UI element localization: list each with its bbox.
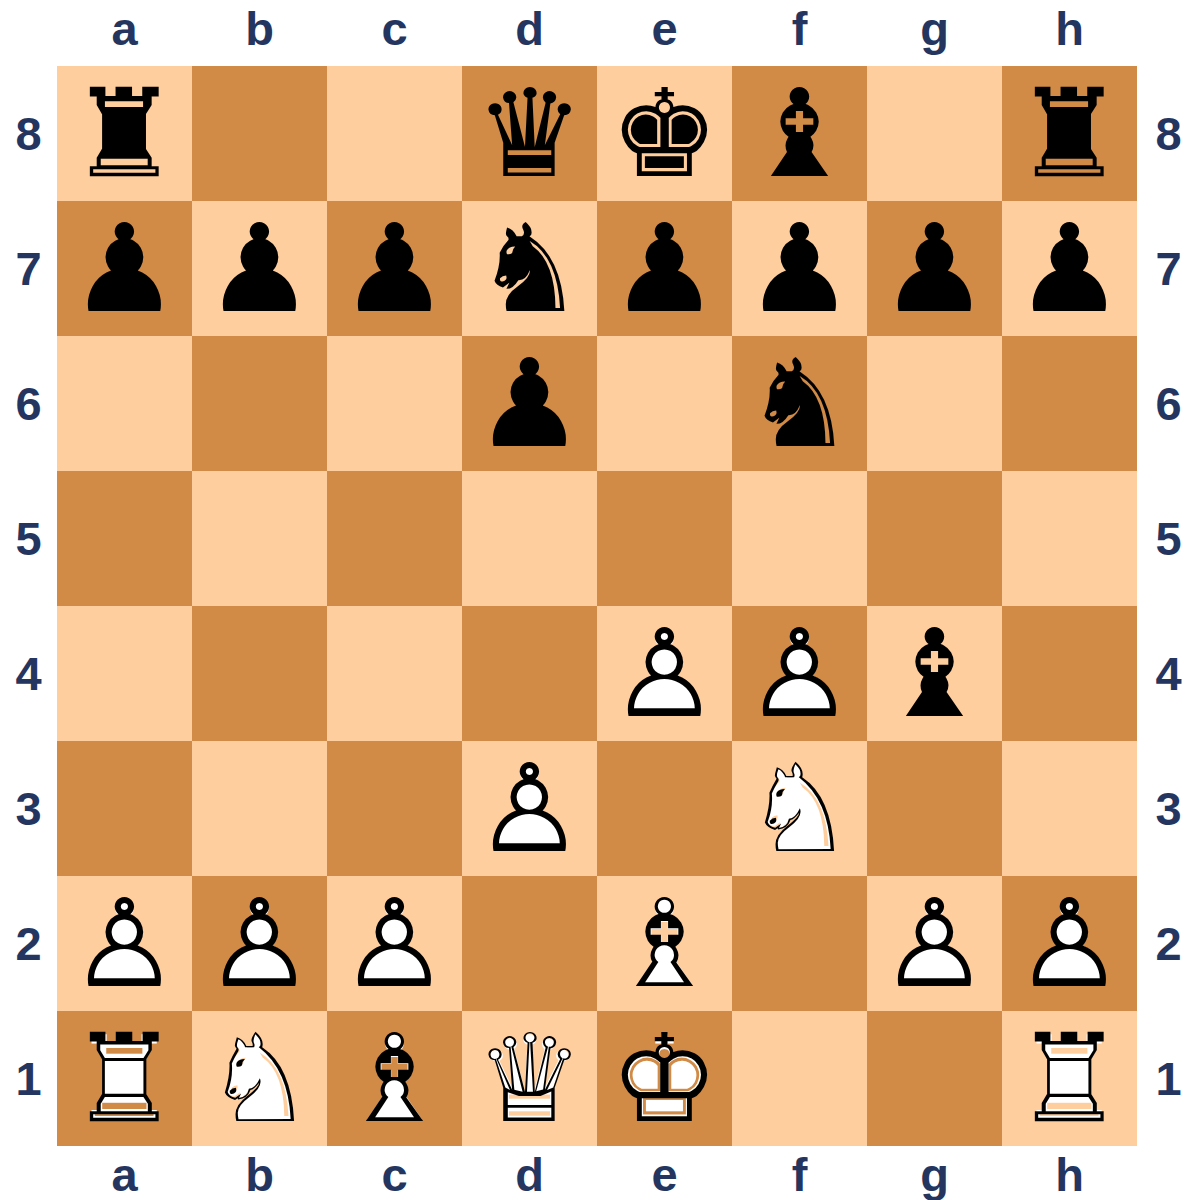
piece-white-pawn: ♙	[597, 606, 732, 741]
square-b2[interactable]: ♟♙	[192, 876, 327, 1011]
rank-label-5: 5	[1137, 471, 1200, 606]
rank-label-4: 4	[0, 606, 57, 741]
file-label-g: g	[867, 0, 1002, 66]
square-a3[interactable]	[57, 741, 192, 876]
square-g8[interactable]	[867, 66, 1002, 201]
square-a2[interactable]: ♟♙	[57, 876, 192, 1011]
square-e1[interactable]: ♚♔	[597, 1011, 732, 1146]
piece-black-pawn: ♟	[192, 201, 327, 336]
square-f8[interactable]: ♝	[732, 66, 867, 201]
square-c8[interactable]	[327, 66, 462, 201]
file-label-d: d	[462, 1147, 597, 1200]
piece-black-queen: ♛	[462, 66, 597, 201]
square-d1[interactable]: ♛♕	[462, 1011, 597, 1146]
square-a1[interactable]: ♜♖	[57, 1011, 192, 1146]
file-label-e: e	[597, 1147, 732, 1200]
piece-fill: ♚	[600, 1014, 728, 1142]
piece-fill: ♟	[465, 744, 593, 872]
square-d2[interactable]	[462, 876, 597, 1011]
square-c2[interactable]: ♟♙	[327, 876, 462, 1011]
square-e2[interactable]: ♝♗	[597, 876, 732, 1011]
file-label-a: a	[57, 0, 192, 66]
square-h5[interactable]	[1002, 471, 1137, 606]
file-label-c: c	[327, 0, 462, 66]
piece-fill: ♝	[330, 1014, 458, 1142]
square-f1[interactable]	[732, 1011, 867, 1146]
piece-white-rook: ♖	[1002, 1011, 1137, 1146]
piece-white-bishop: ♗	[597, 876, 732, 1011]
piece-white-bishop: ♗	[327, 1011, 462, 1146]
piece-white-knight: ♘	[732, 741, 867, 876]
file-label-f: f	[732, 1147, 867, 1200]
piece-black-bishop: ♝	[867, 606, 1002, 741]
piece-black-bishop: ♝	[732, 66, 867, 201]
square-g6[interactable]	[867, 336, 1002, 471]
file-label-e: e	[597, 0, 732, 66]
piece-black-rook: ♜	[1002, 66, 1137, 201]
square-c6[interactable]	[327, 336, 462, 471]
square-a5[interactable]	[57, 471, 192, 606]
square-f5[interactable]	[732, 471, 867, 606]
piece-white-pawn: ♙	[192, 876, 327, 1011]
piece-fill: ♞	[195, 1014, 323, 1142]
square-f6[interactable]: ♞	[732, 336, 867, 471]
rank-label-3: 3	[1137, 741, 1200, 876]
piece-black-pawn: ♟	[57, 201, 192, 336]
square-h1[interactable]: ♜♖	[1002, 1011, 1137, 1146]
piece-white-pawn: ♙	[57, 876, 192, 1011]
square-g2[interactable]: ♟♙	[867, 876, 1002, 1011]
piece-fill: ♟	[735, 609, 863, 737]
rank-label-1: 1	[1137, 1011, 1200, 1146]
square-f2[interactable]	[732, 876, 867, 1011]
square-c7[interactable]: ♟	[327, 201, 462, 336]
square-a6[interactable]	[57, 336, 192, 471]
piece-fill: ♟	[870, 879, 998, 1007]
square-a4[interactable]	[57, 606, 192, 741]
square-b5[interactable]	[192, 471, 327, 606]
piece-black-pawn: ♟	[732, 201, 867, 336]
piece-fill: ♟	[330, 879, 458, 1007]
piece-black-king: ♚	[597, 66, 732, 201]
piece-fill: ♟	[60, 879, 188, 1007]
chess-board: ♜♛♚♝♜♟♟♟♞♟♟♟♟♟♞♟♙♟♙♝♟♙♞♘♟♙♟♙♟♙♝♗♟♙♟♙♜♖♞♘…	[57, 66, 1137, 1146]
rank-label-3: 3	[0, 741, 57, 876]
chess-diagram: abcdefgh 87654321 ♜♛♚♝♜♟♟♟♞♟♟♟♟♟♞♟♙♟♙♝♟♙…	[0, 0, 1200, 1200]
file-label-h: h	[1002, 0, 1137, 66]
piece-fill: ♛	[465, 1014, 593, 1142]
square-h6[interactable]	[1002, 336, 1137, 471]
rank-labels-right: 87654321	[1137, 66, 1200, 1146]
rank-label-1: 1	[0, 1011, 57, 1146]
rank-label-6: 6	[0, 336, 57, 471]
square-g7[interactable]: ♟	[867, 201, 1002, 336]
file-label-c: c	[327, 1147, 462, 1200]
square-d3[interactable]: ♟♙	[462, 741, 597, 876]
square-h3[interactable]	[1002, 741, 1137, 876]
square-d8[interactable]: ♛	[462, 66, 597, 201]
file-label-h: h	[1002, 1147, 1137, 1200]
rank-label-8: 8	[1137, 66, 1200, 201]
file-label-g: g	[867, 1147, 1002, 1200]
square-f4[interactable]: ♟♙	[732, 606, 867, 741]
rank-label-4: 4	[1137, 606, 1200, 741]
piece-white-pawn: ♙	[1002, 876, 1137, 1011]
square-c4[interactable]	[327, 606, 462, 741]
file-label-f: f	[732, 0, 867, 66]
rank-label-7: 7	[1137, 201, 1200, 336]
file-labels-bottom: abcdefgh	[57, 1147, 1137, 1200]
piece-white-pawn: ♙	[462, 741, 597, 876]
square-f7[interactable]: ♟	[732, 201, 867, 336]
square-e8[interactable]: ♚	[597, 66, 732, 201]
square-a7[interactable]: ♟	[57, 201, 192, 336]
square-g3[interactable]	[867, 741, 1002, 876]
piece-fill: ♞	[735, 744, 863, 872]
piece-white-pawn: ♙	[867, 876, 1002, 1011]
piece-white-king: ♔	[597, 1011, 732, 1146]
file-label-b: b	[192, 0, 327, 66]
rank-label-2: 2	[1137, 876, 1200, 1011]
square-b1[interactable]: ♞♘	[192, 1011, 327, 1146]
rank-label-7: 7	[0, 201, 57, 336]
rank-label-8: 8	[0, 66, 57, 201]
rank-label-5: 5	[0, 471, 57, 606]
file-label-a: a	[57, 1147, 192, 1200]
file-label-d: d	[462, 0, 597, 66]
square-e5[interactable]	[597, 471, 732, 606]
square-g5[interactable]	[867, 471, 1002, 606]
piece-black-pawn: ♟	[327, 201, 462, 336]
piece-black-knight: ♞	[462, 201, 597, 336]
square-c5[interactable]	[327, 471, 462, 606]
square-e6[interactable]	[597, 336, 732, 471]
piece-fill: ♟	[600, 609, 728, 737]
square-b7[interactable]: ♟	[192, 201, 327, 336]
square-c3[interactable]	[327, 741, 462, 876]
square-e3[interactable]	[597, 741, 732, 876]
square-h8[interactable]: ♜	[1002, 66, 1137, 201]
square-f3[interactable]: ♞♘	[732, 741, 867, 876]
piece-fill: ♜	[1005, 1014, 1133, 1142]
square-b3[interactable]	[192, 741, 327, 876]
square-a8[interactable]: ♜	[57, 66, 192, 201]
square-h4[interactable]	[1002, 606, 1137, 741]
piece-fill: ♝	[600, 879, 728, 1007]
piece-fill: ♟	[195, 879, 323, 1007]
square-e7[interactable]: ♟	[597, 201, 732, 336]
piece-fill: ♜	[60, 1014, 188, 1142]
piece-fill: ♟	[1005, 879, 1133, 1007]
square-g4[interactable]: ♝	[867, 606, 1002, 741]
rank-label-6: 6	[1137, 336, 1200, 471]
piece-white-knight: ♘	[192, 1011, 327, 1146]
square-d5[interactable]	[462, 471, 597, 606]
square-d7[interactable]: ♞	[462, 201, 597, 336]
square-c1[interactable]: ♝♗	[327, 1011, 462, 1146]
square-e4[interactable]: ♟♙	[597, 606, 732, 741]
square-h2[interactable]: ♟♙	[1002, 876, 1137, 1011]
square-b8[interactable]	[192, 66, 327, 201]
piece-white-queen: ♕	[462, 1011, 597, 1146]
square-d4[interactable]	[462, 606, 597, 741]
rank-label-2: 2	[0, 876, 57, 1011]
piece-black-pawn: ♟	[462, 336, 597, 471]
piece-black-pawn: ♟	[597, 201, 732, 336]
piece-black-knight: ♞	[732, 336, 867, 471]
square-b6[interactable]	[192, 336, 327, 471]
file-labels-top: abcdefgh	[57, 0, 1137, 66]
file-label-b: b	[192, 1147, 327, 1200]
square-h7[interactable]: ♟	[1002, 201, 1137, 336]
piece-black-pawn: ♟	[1002, 201, 1137, 336]
piece-black-pawn: ♟	[867, 201, 1002, 336]
piece-black-rook: ♜	[57, 66, 192, 201]
piece-white-pawn: ♙	[732, 606, 867, 741]
piece-white-pawn: ♙	[327, 876, 462, 1011]
square-g1[interactable]	[867, 1011, 1002, 1146]
square-d6[interactable]: ♟	[462, 336, 597, 471]
rank-labels-left: 87654321	[0, 66, 57, 1146]
piece-white-rook: ♖	[57, 1011, 192, 1146]
square-b4[interactable]	[192, 606, 327, 741]
